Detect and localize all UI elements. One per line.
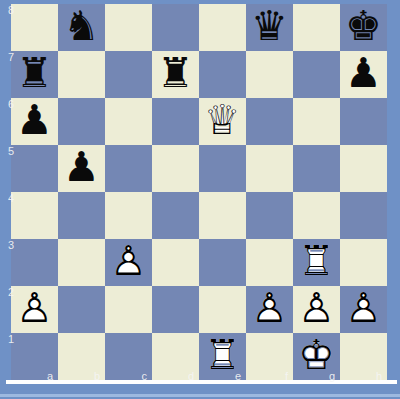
square-d4[interactable] [152, 192, 199, 239]
square-c2[interactable] [105, 286, 152, 333]
square-g5[interactable] [293, 145, 340, 192]
chess-board: 8♞♛♚7♜♜♟6♟♛♕5♟43♟♙♜♖2♟♙♟♙♟♙♟♙1abcde♜♖fg♚… [11, 4, 387, 380]
white-rook-g3[interactable]: ♜♖ [293, 239, 340, 286]
square-g6[interactable] [293, 98, 340, 145]
square-d2[interactable] [152, 286, 199, 333]
square-a8[interactable]: 8 [11, 4, 58, 51]
piece-outline-layer: ♙ [246, 286, 293, 333]
square-e8[interactable] [199, 4, 246, 51]
square-f7[interactable] [246, 51, 293, 98]
square-e7[interactable] [199, 51, 246, 98]
square-b1[interactable]: b [58, 333, 105, 380]
piece-fill-layer: ♟ [340, 51, 387, 98]
square-g4[interactable] [293, 192, 340, 239]
rank-label-4: 4 [8, 192, 14, 205]
square-h2[interactable]: ♟♙ [340, 286, 387, 333]
black-pawn-h7[interactable]: ♟ [340, 51, 387, 98]
square-f1[interactable]: f [246, 333, 293, 380]
square-e4[interactable] [199, 192, 246, 239]
square-d3[interactable] [152, 239, 199, 286]
piece-outline-layer: ♔ [293, 333, 340, 380]
background-bottom-highlight [0, 394, 400, 397]
rank-label-5: 5 [8, 145, 14, 158]
square-d8[interactable] [152, 4, 199, 51]
rank-label-3: 3 [8, 239, 14, 252]
piece-fill-layer: ♟ [11, 98, 58, 145]
square-h8[interactable]: ♚ [340, 4, 387, 51]
square-e2[interactable] [199, 286, 246, 333]
piece-outline-layer: ♙ [105, 239, 152, 286]
white-pawn-g2[interactable]: ♟♙ [293, 286, 340, 333]
square-e6[interactable]: ♛♕ [199, 98, 246, 145]
white-king-g1[interactable]: ♚♔ [293, 333, 340, 380]
piece-fill-layer: ♞ [58, 4, 105, 51]
square-g1[interactable]: g♚♔ [293, 333, 340, 380]
square-h3[interactable] [340, 239, 387, 286]
square-a7[interactable]: 7♜ [11, 51, 58, 98]
square-g8[interactable] [293, 4, 340, 51]
square-a4[interactable]: 4 [11, 192, 58, 239]
white-queen-e6[interactable]: ♛♕ [199, 98, 246, 145]
square-h6[interactable] [340, 98, 387, 145]
board-bottom-edge-line [6, 380, 397, 384]
rank-label-8: 8 [8, 4, 14, 17]
square-a2[interactable]: 2♟♙ [11, 286, 58, 333]
square-f3[interactable] [246, 239, 293, 286]
square-h4[interactable] [340, 192, 387, 239]
square-c1[interactable]: c [105, 333, 152, 380]
square-f2[interactable]: ♟♙ [246, 286, 293, 333]
square-e3[interactable] [199, 239, 246, 286]
square-e5[interactable] [199, 145, 246, 192]
square-a1[interactable]: 1a [11, 333, 58, 380]
square-h1[interactable]: h [340, 333, 387, 380]
white-pawn-h2[interactable]: ♟♙ [340, 286, 387, 333]
square-c3[interactable]: ♟♙ [105, 239, 152, 286]
piece-outline-layer: ♙ [293, 286, 340, 333]
square-c5[interactable] [105, 145, 152, 192]
square-d5[interactable] [152, 145, 199, 192]
square-b7[interactable] [58, 51, 105, 98]
square-d7[interactable]: ♜ [152, 51, 199, 98]
square-e1[interactable]: e♜♖ [199, 333, 246, 380]
piece-fill-layer: ♚ [340, 4, 387, 51]
square-d1[interactable]: d [152, 333, 199, 380]
square-h5[interactable] [340, 145, 387, 192]
square-f6[interactable] [246, 98, 293, 145]
white-pawn-f2[interactable]: ♟♙ [246, 286, 293, 333]
piece-outline-layer: ♖ [199, 333, 246, 380]
piece-outline-layer: ♕ [199, 98, 246, 145]
piece-outline-layer: ♙ [11, 286, 58, 333]
square-c4[interactable] [105, 192, 152, 239]
black-queen-f8[interactable]: ♛ [246, 4, 293, 51]
square-f8[interactable]: ♛ [246, 4, 293, 51]
square-g2[interactable]: ♟♙ [293, 286, 340, 333]
piece-fill-layer: ♜ [11, 51, 58, 98]
black-rook-d7[interactable]: ♜ [152, 51, 199, 98]
square-b2[interactable] [58, 286, 105, 333]
square-a6[interactable]: 6♟ [11, 98, 58, 145]
piece-outline-layer: ♙ [340, 286, 387, 333]
square-g3[interactable]: ♜♖ [293, 239, 340, 286]
white-pawn-a2[interactable]: ♟♙ [11, 286, 58, 333]
piece-outline-layer: ♖ [293, 239, 340, 286]
square-a3[interactable]: 3 [11, 239, 58, 286]
piece-fill-layer: ♜ [152, 51, 199, 98]
square-g7[interactable] [293, 51, 340, 98]
white-pawn-c3[interactable]: ♟♙ [105, 239, 152, 286]
piece-fill-layer: ♛ [246, 4, 293, 51]
square-d6[interactable] [152, 98, 199, 145]
square-c8[interactable] [105, 4, 152, 51]
black-rook-a7[interactable]: ♜ [11, 51, 58, 98]
square-b8[interactable]: ♞ [58, 4, 105, 51]
square-a5[interactable]: 5 [11, 145, 58, 192]
square-b3[interactable] [58, 239, 105, 286]
square-b4[interactable] [58, 192, 105, 239]
piece-fill-layer: ♟ [58, 145, 105, 192]
square-c6[interactable] [105, 98, 152, 145]
black-pawn-a6[interactable]: ♟ [11, 98, 58, 145]
black-pawn-b5[interactable]: ♟ [58, 145, 105, 192]
square-f4[interactable] [246, 192, 293, 239]
square-f5[interactable] [246, 145, 293, 192]
square-b6[interactable] [58, 98, 105, 145]
white-rook-e1[interactable]: ♜♖ [199, 333, 246, 380]
black-king-h8[interactable]: ♚ [340, 4, 387, 51]
black-knight-b8[interactable]: ♞ [58, 4, 105, 51]
square-b5[interactable]: ♟ [58, 145, 105, 192]
square-c7[interactable] [105, 51, 152, 98]
rank-label-1: 1 [8, 333, 14, 346]
square-h7[interactable]: ♟ [340, 51, 387, 98]
